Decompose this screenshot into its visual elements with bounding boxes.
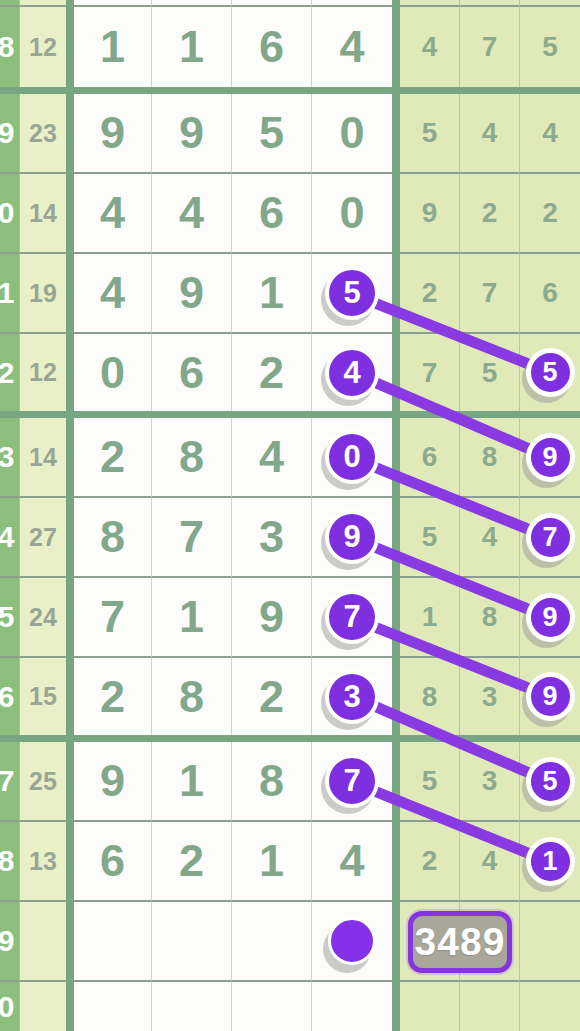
main-number-cell: 8 — [152, 658, 232, 735]
main-number-cell — [312, 982, 392, 1031]
result-number-cell: 9 — [520, 578, 580, 658]
pick-circle[interactable]: 7 — [325, 754, 379, 808]
sum-cell: 19 — [20, 254, 66, 334]
main-number-cell: 9 — [74, 742, 152, 822]
main-number-cell: 0 — [312, 94, 392, 174]
thick-vertical-border — [66, 822, 74, 902]
pick-circle[interactable]: 3 — [325, 670, 379, 724]
thick-vertical-border — [66, 254, 74, 334]
main-number-cell: 0 — [74, 334, 152, 411]
main-number-cell: 9 — [152, 94, 232, 174]
thick-vertical-border — [66, 658, 74, 735]
result-number-cell: 6 — [400, 418, 460, 498]
thick-vertical-border — [392, 254, 400, 334]
main-number-cell: 6 — [152, 334, 232, 411]
thick-vertical-border — [392, 418, 400, 498]
main-number-cell: 9 — [74, 94, 152, 174]
period-cell: 5 — [0, 578, 20, 658]
period-cell: 6 — [0, 658, 20, 735]
thick-vertical-border — [392, 982, 400, 1031]
result-number-cell: 9 — [400, 174, 460, 254]
thick-vertical-border — [392, 498, 400, 578]
main-number-cell: 6 — [232, 7, 312, 87]
result-number-cell: 7 — [400, 334, 460, 411]
main-number-cell: 0 — [312, 174, 392, 254]
result-number-cell — [400, 0, 460, 7]
main-number-cell: 7 — [74, 578, 152, 658]
period-digit: 2 — [0, 356, 20, 390]
sum-cell: 24 — [20, 578, 66, 658]
sum-cell: 12 — [20, 334, 66, 411]
period-cell: 0 — [0, 982, 20, 1031]
thick-vertical-border — [392, 902, 400, 982]
result-number-cell: 5 — [400, 498, 460, 578]
main-number-cell — [152, 0, 232, 7]
result-number-cell: 2 — [400, 254, 460, 334]
result-circle[interactable]: 9 — [526, 433, 575, 482]
main-number-cell: 6 — [232, 174, 312, 254]
result-number-cell: 1 — [520, 822, 580, 902]
main-number-cell: 9 — [232, 578, 312, 658]
number-grid: 8121164475923995054401444609221194915276… — [0, 0, 580, 1031]
result-number-cell: 5 — [520, 7, 580, 87]
result-number-cell: 7 — [460, 254, 520, 334]
sum-cell: 14 — [20, 418, 66, 498]
thick-vertical-border — [392, 0, 400, 7]
result-number-cell: 5 — [400, 94, 460, 174]
main-number-cell: 4 — [232, 418, 312, 498]
result-number-cell: 7 — [460, 7, 520, 87]
period-cell: 2 — [0, 334, 20, 411]
result-number-cell: 3 — [460, 742, 520, 822]
thick-horizontal-border — [0, 735, 580, 742]
thick-vertical-border — [392, 578, 400, 658]
sum-cell: 12 — [20, 7, 66, 87]
main-number-cell — [312, 902, 392, 982]
main-number-cell: 6 — [74, 822, 152, 902]
result-circle[interactable]: 7 — [526, 513, 575, 562]
trend-chart-board: 8121164475923995054401444609221194915276… — [0, 0, 580, 1031]
main-number-cell — [152, 902, 232, 982]
sum-cell — [20, 982, 66, 1031]
thick-vertical-border — [392, 174, 400, 254]
period-digit: 3 — [0, 440, 20, 474]
thick-vertical-border — [66, 902, 74, 982]
result-number-cell: 5 — [400, 742, 460, 822]
thick-vertical-border — [66, 94, 74, 174]
thick-horizontal-border — [0, 411, 580, 418]
main-number-cell — [232, 0, 312, 7]
period-digit: 8 — [0, 30, 20, 64]
main-number-cell — [74, 982, 152, 1031]
thick-vertical-border — [66, 498, 74, 578]
main-number-cell: 5 — [312, 254, 392, 334]
thick-horizontal-border — [0, 87, 580, 94]
result-circle[interactable]: 5 — [526, 757, 575, 806]
result-number-cell: 5 — [520, 742, 580, 822]
result-number-cell — [400, 982, 460, 1031]
thick-vertical-border — [392, 334, 400, 411]
period-digit: 9 — [0, 116, 20, 150]
main-number-cell: 2 — [74, 418, 152, 498]
main-number-cell — [74, 0, 152, 7]
thick-vertical-border — [66, 174, 74, 254]
main-number-cell — [152, 982, 232, 1031]
thick-vertical-border — [66, 334, 74, 411]
thick-vertical-border — [392, 822, 400, 902]
result-number-cell: 9 — [520, 658, 580, 735]
result-number-cell — [460, 982, 520, 1031]
sum-cell: 27 — [20, 498, 66, 578]
main-number-cell — [312, 0, 392, 7]
main-number-cell: 7 — [312, 742, 392, 822]
result-number-cell — [520, 982, 580, 1031]
period-digit: 6 — [0, 680, 20, 714]
main-number-cell — [232, 902, 312, 982]
pick-circle[interactable]: 5 — [325, 266, 379, 320]
thick-vertical-border — [392, 94, 400, 174]
result-number-cell: 3 — [460, 658, 520, 735]
result-number-cell: 4 — [400, 7, 460, 87]
result-number-cell: 9 — [520, 418, 580, 498]
result-number-cell — [520, 0, 580, 7]
thick-vertical-border — [66, 982, 74, 1031]
thick-vertical-border — [66, 418, 74, 498]
main-number-cell: 2 — [152, 822, 232, 902]
period-digit: 0 — [0, 990, 20, 1024]
thick-vertical-border — [66, 578, 74, 658]
period-cell: 3 — [0, 418, 20, 498]
main-number-cell: 4 — [312, 7, 392, 87]
sum-cell: 14 — [20, 174, 66, 254]
period-digit: 7 — [0, 764, 20, 798]
main-number-cell: 4 — [74, 174, 152, 254]
period-cell: 9 — [0, 902, 20, 982]
period-digit: 0 — [0, 196, 20, 230]
main-number-cell: 1 — [74, 7, 152, 87]
period-digit: 8 — [0, 844, 20, 878]
main-number-cell: 9 — [312, 498, 392, 578]
thick-vertical-border — [392, 658, 400, 735]
result-circle[interactable]: 9 — [526, 593, 575, 642]
thick-vertical-border — [66, 7, 74, 87]
main-number-cell: 3 — [312, 658, 392, 735]
period-cell: 8 — [0, 822, 20, 902]
pick-circle[interactable]: 4 — [325, 346, 379, 400]
prediction-badge: 3489 — [408, 911, 512, 973]
result-number-cell: 4 — [520, 94, 580, 174]
sum-cell: 13 — [20, 822, 66, 902]
main-number-cell: 8 — [74, 498, 152, 578]
main-number-cell: 4 — [312, 822, 392, 902]
result-number-cell: 5 — [460, 334, 520, 411]
period-digit: 5 — [0, 600, 20, 634]
main-number-cell: 1 — [232, 254, 312, 334]
result-circle[interactable]: 9 — [526, 672, 575, 721]
result-number-cell: 7 — [520, 498, 580, 578]
result-number-cell: 2 — [400, 822, 460, 902]
result-number-cell: 4 — [460, 94, 520, 174]
period-digit: 4 — [0, 520, 20, 554]
pick-circle[interactable]: 9 — [325, 510, 379, 564]
period-cell — [0, 0, 20, 7]
result-circle[interactable]: 5 — [526, 348, 575, 397]
thick-vertical-border — [66, 0, 74, 7]
main-number-cell: 3 — [232, 498, 312, 578]
result-number-cell: 2 — [460, 174, 520, 254]
period-cell: 0 — [0, 174, 20, 254]
main-number-cell: 4 — [152, 174, 232, 254]
result-number-cell: 4 — [460, 822, 520, 902]
main-number-cell: 8 — [232, 742, 312, 822]
main-number-cell: 1 — [152, 578, 232, 658]
main-number-cell: 7 — [312, 578, 392, 658]
sum-cell — [20, 902, 66, 982]
period-cell: 4 — [0, 498, 20, 578]
sum-cell — [20, 0, 66, 7]
main-number-cell: 1 — [232, 822, 312, 902]
thick-vertical-border — [392, 742, 400, 822]
result-number-cell: 5 — [520, 334, 580, 411]
thick-vertical-border — [392, 7, 400, 87]
pick-circle[interactable]: 0 — [325, 430, 379, 484]
period-digit: 1 — [0, 276, 20, 310]
sum-cell: 23 — [20, 94, 66, 174]
main-number-cell — [74, 902, 152, 982]
result-number-cell: 1 — [400, 578, 460, 658]
result-number-cell: 8 — [460, 418, 520, 498]
result-number-cell: 2 — [520, 174, 580, 254]
main-number-cell: 1 — [152, 7, 232, 87]
main-number-cell: 7 — [152, 498, 232, 578]
result-number-cell: 4 — [460, 498, 520, 578]
main-number-cell: 9 — [152, 254, 232, 334]
period-cell: 8 — [0, 7, 20, 87]
result-number-cell: 8 — [400, 658, 460, 735]
main-number-cell: 4 — [312, 334, 392, 411]
sum-cell: 25 — [20, 742, 66, 822]
result-number-cell: 8 — [460, 578, 520, 658]
period-cell: 1 — [0, 254, 20, 334]
pick-dot[interactable] — [328, 917, 376, 965]
period-digit: 9 — [0, 924, 20, 958]
thick-vertical-border — [66, 742, 74, 822]
period-cell: 9 — [0, 94, 20, 174]
main-number-cell: 2 — [232, 658, 312, 735]
result-number-cell — [460, 0, 520, 7]
main-number-cell: 2 — [74, 658, 152, 735]
main-number-cell: 5 — [232, 94, 312, 174]
main-number-cell: 8 — [152, 418, 232, 498]
main-number-cell: 0 — [312, 418, 392, 498]
result-circle[interactable]: 1 — [526, 837, 575, 886]
sum-cell: 15 — [20, 658, 66, 735]
main-number-cell: 1 — [152, 742, 232, 822]
main-number-cell: 2 — [232, 334, 312, 411]
main-number-cell: 4 — [74, 254, 152, 334]
main-number-cell — [232, 982, 312, 1031]
result-number-cell: 6 — [520, 254, 580, 334]
pick-circle[interactable]: 7 — [325, 590, 379, 644]
period-cell: 7 — [0, 742, 20, 822]
result-number-cell — [520, 902, 580, 982]
